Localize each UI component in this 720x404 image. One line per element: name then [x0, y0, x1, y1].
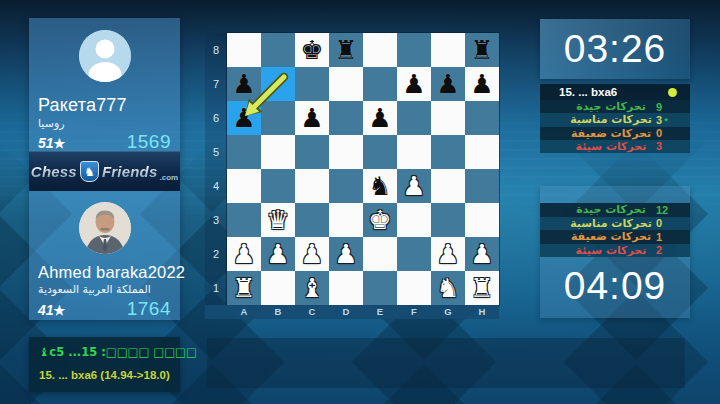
square-c7[interactable] — [295, 67, 329, 101]
square-e3[interactable]: ♚ — [363, 203, 397, 237]
square-h7[interactable]: ♟ — [465, 67, 499, 101]
square-a5[interactable] — [227, 135, 261, 169]
black-clock: 03:26 — [540, 19, 690, 79]
square-a2[interactable]: ♟ — [227, 237, 261, 271]
person-icon — [79, 30, 131, 82]
black-rook[interactable]: ♜ — [470, 37, 493, 63]
white-pawn[interactable]: ♟ — [402, 173, 425, 199]
square-g6[interactable] — [431, 101, 465, 135]
square-a1[interactable]: ♜ — [227, 271, 261, 305]
file-label: F — [397, 305, 431, 319]
stat-value: 3* — [656, 114, 690, 126]
white-knight[interactable]: ♞ — [436, 275, 459, 301]
black-pawn[interactable]: ♟ — [232, 105, 255, 131]
file-label: B — [261, 305, 295, 319]
bottom-empty-panel — [207, 338, 685, 388]
square-d1[interactable] — [329, 271, 363, 305]
bishop-icon: ♝ — [39, 345, 49, 359]
square-e1[interactable] — [363, 271, 397, 305]
white-player-name: Ahmed baraka2022 — [38, 263, 176, 282]
square-b8[interactable] — [261, 33, 295, 67]
square-g1[interactable]: ♞ — [431, 271, 465, 305]
square-a6[interactable]: ♟ — [227, 101, 261, 135]
white-bishop[interactable]: ♝ — [300, 275, 323, 301]
black-player-country: روسيا — [38, 117, 171, 130]
square-h2[interactable]: ♟ — [465, 237, 499, 271]
black-player-rating: 1569 — [127, 131, 171, 153]
app-window: Ракета777 روسيا 51★ 1569 Chess ♞ Friends… — [0, 0, 720, 404]
square-c3[interactable] — [295, 203, 329, 237]
square-g8[interactable] — [431, 33, 465, 67]
file-labels: ABCDEFGH — [205, 305, 499, 319]
square-f7[interactable]: ♟ — [397, 67, 431, 101]
square-b5[interactable] — [261, 135, 295, 169]
black-rook[interactable]: ♜ — [334, 37, 357, 63]
square-a7[interactable]: ♟ — [227, 67, 261, 101]
square-e6[interactable]: ♟ — [363, 101, 397, 135]
rank-label: 6 — [205, 101, 227, 135]
black-player-name: Ракета777 — [38, 95, 176, 116]
square-c1[interactable]: ♝ — [295, 271, 329, 305]
square-c5[interactable] — [295, 135, 329, 169]
rank-label: 4 — [205, 169, 227, 203]
stat-label: تحركات مناسبة — [540, 217, 656, 230]
stat-suffix: * — [664, 116, 668, 126]
rank-label: 5 — [205, 135, 227, 169]
square-g3[interactable] — [431, 203, 465, 237]
white-king[interactable]: ♚ — [368, 207, 391, 233]
black-pawn[interactable]: ♟ — [232, 71, 255, 97]
square-f2[interactable] — [397, 237, 431, 271]
stat-label: تحركات ضعيفة — [540, 127, 656, 140]
square-d7[interactable] — [329, 67, 363, 101]
stat-row-weak: تحركات ضعيفة0 — [540, 127, 690, 140]
square-h1[interactable]: ♜ — [465, 271, 499, 305]
square-e5[interactable] — [363, 135, 397, 169]
square-b7[interactable] — [261, 67, 295, 101]
logo-text-com: .com — [159, 173, 178, 182]
stat-label: تحركات مناسبة — [540, 113, 656, 126]
stat-value: 9 — [656, 101, 690, 113]
stat-value: 0 — [656, 127, 690, 139]
white-pawn[interactable]: ♟ — [436, 241, 459, 267]
white-pawn[interactable]: ♟ — [300, 241, 323, 267]
black-king[interactable]: ♚ — [300, 37, 323, 63]
square-h8[interactable]: ♜ — [465, 33, 499, 67]
square-f3[interactable] — [397, 203, 431, 237]
square-b1[interactable] — [261, 271, 295, 305]
rank-label: 8 — [205, 33, 227, 67]
stat-row-ok: تحركات مناسبة3* — [540, 113, 690, 126]
square-g5[interactable] — [431, 135, 465, 169]
square-b2[interactable]: ♟ — [261, 237, 295, 271]
move-quality-dot — [668, 88, 677, 97]
square-e7[interactable] — [363, 67, 397, 101]
white-player-stars: 41★ — [38, 302, 65, 318]
rank-label: 1 — [205, 271, 227, 305]
chess-board[interactable]: ♚♜♜♟♟♟♟♟♟♟♞♟♛♚♟♟♟♟♟♟♜♝♞♜ — [227, 33, 499, 305]
file-label: A — [227, 305, 261, 319]
stat-row-weak: تحركات ضعيفة1 — [540, 230, 690, 244]
black-pawn[interactable]: ♟ — [436, 71, 459, 97]
white-pawn[interactable]: ♟ — [334, 241, 357, 267]
square-e4[interactable]: ♞ — [363, 169, 397, 203]
star-icon: ★ — [54, 303, 66, 318]
file-label: G — [431, 305, 465, 319]
rank-labels: 87654321 — [205, 33, 227, 305]
black-move-quality-stats: تحركات جيدة9تحركات مناسبة3*تحركات ضعيفة0… — [540, 100, 690, 153]
stat-label: تحركات سيئة — [540, 140, 656, 153]
square-c4[interactable] — [295, 169, 329, 203]
black-pawn[interactable]: ♟ — [368, 105, 391, 131]
square-h6[interactable] — [465, 101, 499, 135]
square-h3[interactable] — [465, 203, 499, 237]
black-pawn[interactable]: ♟ — [470, 71, 493, 97]
white-pawn[interactable]: ♟ — [232, 241, 255, 267]
file-label: H — [465, 305, 499, 319]
square-d2[interactable]: ♟ — [329, 237, 363, 271]
white-clock: 04:09 — [540, 255, 690, 317]
square-h5[interactable] — [465, 135, 499, 169]
stat-value: 1 — [656, 231, 690, 243]
square-c6[interactable]: ♟ — [295, 101, 329, 135]
square-d4[interactable] — [329, 169, 363, 203]
stat-row-bad: تحركات سيئة3 — [540, 140, 690, 153]
square-d8[interactable]: ♜ — [329, 33, 363, 67]
square-c8[interactable]: ♚ — [295, 33, 329, 67]
board-area: 87654321 ♚♜♜♟♟♟♟♟♟♟♞♟♛♚♟♟♟♟♟♟♜♝♞♜ ABCDEF… — [205, 33, 499, 319]
stat-value: 0 — [656, 217, 690, 229]
last-move-banner: 15. ... bxa6 — [540, 84, 690, 100]
square-f5[interactable] — [397, 135, 431, 169]
square-a8[interactable] — [227, 33, 261, 67]
square-c2[interactable]: ♟ — [295, 237, 329, 271]
square-f1[interactable] — [397, 271, 431, 305]
stat-label: تحركات ضعيفة — [540, 230, 656, 243]
stat-label: تحركات جيدة — [540, 100, 656, 113]
stat-value: 3 — [656, 140, 690, 152]
eval-change-line: 15. ... bxa6 (14.94->18.0) — [39, 369, 176, 381]
file-label: C — [295, 305, 329, 319]
stat-label: تحركات جيدة — [540, 203, 656, 216]
square-e8[interactable] — [363, 33, 397, 67]
black-player-stars: 51★ — [38, 135, 65, 151]
square-h4[interactable] — [465, 169, 499, 203]
rank-label: 3 — [205, 203, 227, 237]
square-b3[interactable]: ♛ — [261, 203, 295, 237]
square-g4[interactable] — [431, 169, 465, 203]
square-g7[interactable]: ♟ — [431, 67, 465, 101]
white-pawn[interactable]: ♟ — [470, 241, 493, 267]
white-pawn[interactable]: ♟ — [266, 241, 289, 267]
chess4friends-logo: Chess ♞ Friends .com — [29, 151, 180, 191]
square-d6[interactable] — [329, 101, 363, 135]
square-a3[interactable] — [227, 203, 261, 237]
black-pawn[interactable]: ♟ — [300, 105, 323, 131]
white-move-quality-stats: تحركات جيدة12تحركات مناسبة0تحركات ضعيفة1… — [540, 203, 690, 257]
players-panel: Ракета777 روسيا 51★ 1569 Chess ♞ Friends… — [29, 18, 180, 320]
square-f4[interactable]: ♟ — [397, 169, 431, 203]
black-knight[interactable]: ♞ — [368, 173, 391, 199]
square-b6[interactable] — [261, 101, 295, 135]
white-rook[interactable]: ♜ — [232, 275, 255, 301]
square-a4[interactable] — [227, 169, 261, 203]
square-d5[interactable] — [329, 135, 363, 169]
stat-row-good: تحركات جيدة12 — [540, 203, 690, 217]
square-b4[interactable] — [261, 169, 295, 203]
square-e2[interactable] — [363, 237, 397, 271]
white-queen[interactable]: ♛ — [266, 207, 289, 233]
logo-text-friends: Friends — [102, 163, 158, 180]
black-pawn[interactable]: ♟ — [402, 71, 425, 97]
best-move-line: ♝c5 ...15 :□□□□ □□□□ — [39, 345, 176, 359]
file-label: E — [363, 305, 397, 319]
analysis-box: ♝c5 ...15 :□□□□ □□□□ 15. ... bxa6 (14.94… — [29, 337, 180, 392]
star-icon: ★ — [54, 136, 66, 151]
rank-label: 2 — [205, 237, 227, 271]
square-d3[interactable] — [329, 203, 363, 237]
last-move-text: 15. ... bxa6 — [559, 86, 668, 98]
white-player-photo — [79, 202, 131, 254]
black-player-avatar — [79, 30, 131, 82]
square-g2[interactable]: ♟ — [431, 237, 465, 271]
stat-value: 12 — [656, 204, 690, 216]
square-f6[interactable] — [397, 101, 431, 135]
rank-label: 7 — [205, 67, 227, 101]
white-player-avatar — [79, 202, 131, 254]
white-player-rating: 1764 — [127, 298, 171, 320]
white-rook[interactable]: ♜ — [470, 275, 493, 301]
white-player-country: المملكة العربية السعودية — [38, 283, 171, 296]
logo-text-chess: Chess — [31, 163, 77, 180]
stat-row-good: تحركات جيدة9 — [540, 100, 690, 113]
file-label: D — [329, 305, 363, 319]
stat-row-ok: تحركات مناسبة0 — [540, 217, 690, 231]
square-f8[interactable] — [397, 33, 431, 67]
knight-shield-icon: ♞ — [80, 161, 99, 182]
